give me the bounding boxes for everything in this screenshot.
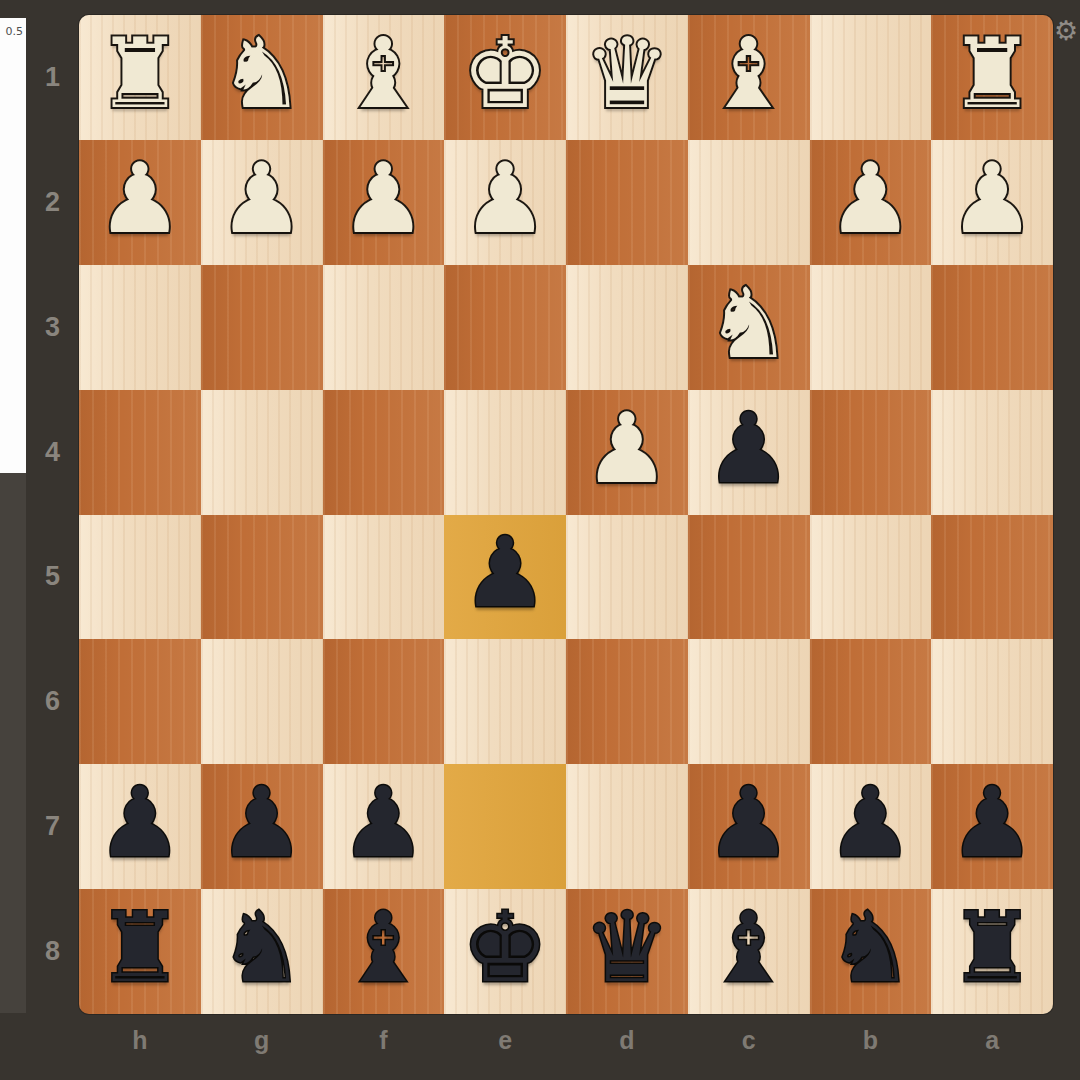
black-pawn[interactable]: ♟ [96, 774, 183, 871]
file-label-d: d [566, 1019, 688, 1061]
square-e7[interactable] [444, 764, 566, 889]
square-b7[interactable]: ♟ [810, 764, 932, 889]
square-b8[interactable]: ♞ [810, 889, 932, 1014]
square-g2[interactable]: ♟ [201, 140, 323, 265]
square-a2[interactable]: ♟ [931, 140, 1053, 265]
square-g7[interactable]: ♟ [201, 764, 323, 889]
square-a3[interactable] [931, 265, 1053, 390]
file-label-g: g [201, 1019, 323, 1061]
black-pawn[interactable]: ♟ [705, 400, 792, 497]
file-label-b: b [810, 1019, 932, 1061]
square-d8[interactable]: ♛ [566, 889, 688, 1014]
square-a1[interactable]: ♜ [931, 15, 1053, 140]
square-a5[interactable] [931, 515, 1053, 640]
white-rook[interactable]: ♜ [96, 25, 183, 122]
file-label-e: e [444, 1019, 566, 1061]
file-label-c: c [688, 1019, 810, 1061]
rank-label-3: 3 [26, 265, 79, 390]
square-c6[interactable] [688, 639, 810, 764]
white-pawn[interactable]: ♟ [949, 150, 1036, 247]
white-knight[interactable]: ♞ [218, 25, 305, 122]
black-rook[interactable]: ♜ [96, 899, 183, 996]
square-c7[interactable]: ♟ [688, 764, 810, 889]
eval-value: 0.5 [0, 18, 26, 38]
square-d5[interactable] [566, 515, 688, 640]
square-b5[interactable] [810, 515, 932, 640]
black-pawn[interactable]: ♟ [218, 774, 305, 871]
analysis-panel-sliver: 0.5 [0, 18, 26, 473]
square-f8[interactable]: ♝ [323, 889, 445, 1014]
square-f7[interactable]: ♟ [323, 764, 445, 889]
square-e4[interactable] [444, 390, 566, 515]
square-f1[interactable]: ♝ [323, 15, 445, 140]
square-h3[interactable] [79, 265, 201, 390]
square-g8[interactable]: ♞ [201, 889, 323, 1014]
white-king[interactable]: ♚ [462, 25, 549, 122]
square-f5[interactable] [323, 515, 445, 640]
white-pawn[interactable]: ♟ [583, 400, 670, 497]
square-h4[interactable] [79, 390, 201, 515]
square-h1[interactable]: ♜ [79, 15, 201, 140]
square-h2[interactable]: ♟ [79, 140, 201, 265]
square-f2[interactable]: ♟ [323, 140, 445, 265]
black-pawn[interactable]: ♟ [949, 774, 1036, 871]
square-e1[interactable]: ♚ [444, 15, 566, 140]
square-h8[interactable]: ♜ [79, 889, 201, 1014]
square-g3[interactable] [201, 265, 323, 390]
black-king[interactable]: ♚ [462, 899, 549, 996]
square-h7[interactable]: ♟ [79, 764, 201, 889]
square-e2[interactable]: ♟ [444, 140, 566, 265]
file-label-f: f [323, 1019, 445, 1061]
square-a4[interactable] [931, 390, 1053, 515]
white-pawn[interactable]: ♟ [340, 150, 427, 247]
rank-label-8: 8 [26, 889, 79, 1014]
square-c8[interactable]: ♝ [688, 889, 810, 1014]
white-pawn[interactable]: ♟ [96, 150, 183, 247]
rank-label-1: 1 [26, 15, 79, 140]
black-bishop[interactable]: ♝ [340, 899, 427, 996]
square-e3[interactable] [444, 265, 566, 390]
square-a8[interactable]: ♜ [931, 889, 1053, 1014]
square-e5[interactable]: ♟ [444, 515, 566, 640]
rank-label-5: 5 [26, 515, 79, 640]
rank-label-4: 4 [26, 390, 79, 515]
rank-label-6: 6 [26, 639, 79, 764]
square-f4[interactable] [323, 390, 445, 515]
square-g1[interactable]: ♞ [201, 15, 323, 140]
square-g4[interactable] [201, 390, 323, 515]
black-pawn[interactable]: ♟ [340, 774, 427, 871]
square-b1[interactable] [810, 15, 932, 140]
white-queen[interactable]: ♛ [583, 25, 670, 122]
settings-gear-icon[interactable]: ⚙ [1052, 14, 1080, 46]
rank-label-2: 2 [26, 140, 79, 265]
white-pawn[interactable]: ♟ [827, 150, 914, 247]
square-h5[interactable] [79, 515, 201, 640]
black-rook[interactable]: ♜ [949, 899, 1036, 996]
file-coordinates: hgfedcba [79, 1019, 1053, 1061]
file-label-h: h [79, 1019, 201, 1061]
rank-label-7: 7 [26, 764, 79, 889]
square-a7[interactable]: ♟ [931, 764, 1053, 889]
square-c1[interactable]: ♝ [688, 15, 810, 140]
white-pawn[interactable]: ♟ [218, 150, 305, 247]
square-c2[interactable] [688, 140, 810, 265]
square-d3[interactable] [566, 265, 688, 390]
square-d4[interactable]: ♟ [566, 390, 688, 515]
square-c4[interactable]: ♟ [688, 390, 810, 515]
white-pawn[interactable]: ♟ [462, 150, 549, 247]
square-b6[interactable] [810, 639, 932, 764]
square-b2[interactable]: ♟ [810, 140, 932, 265]
square-d2[interactable] [566, 140, 688, 265]
square-b3[interactable] [810, 265, 932, 390]
square-g6[interactable] [201, 639, 323, 764]
square-a6[interactable] [931, 639, 1053, 764]
square-f3[interactable] [323, 265, 445, 390]
chess-board: ♜♞♝♚♛♝♜♟♟♟♟♟♟♞♟♟♟♟♟♟♟♟♟♜♞♝♚♛♝♞♜ [79, 15, 1053, 1014]
white-bishop[interactable]: ♝ [705, 25, 792, 122]
rank-coordinates: 12345678 [26, 15, 79, 1014]
white-knight[interactable]: ♞ [705, 275, 792, 372]
black-pawn[interactable]: ♟ [705, 774, 792, 871]
square-d1[interactable]: ♛ [566, 15, 688, 140]
square-d6[interactable] [566, 639, 688, 764]
black-knight[interactable]: ♞ [827, 899, 914, 996]
square-e6[interactable] [444, 639, 566, 764]
black-queen[interactable]: ♛ [583, 899, 670, 996]
square-c5[interactable] [688, 515, 810, 640]
square-d7[interactable] [566, 764, 688, 889]
square-g5[interactable] [201, 515, 323, 640]
black-bishop[interactable]: ♝ [705, 899, 792, 996]
file-label-a: a [931, 1019, 1053, 1061]
square-h6[interactable] [79, 639, 201, 764]
black-knight[interactable]: ♞ [218, 899, 305, 996]
white-rook[interactable]: ♜ [949, 25, 1036, 122]
side-panel-sliver [0, 473, 26, 1013]
black-pawn[interactable]: ♟ [827, 774, 914, 871]
white-bishop[interactable]: ♝ [340, 25, 427, 122]
square-f6[interactable] [323, 639, 445, 764]
square-c3[interactable]: ♞ [688, 265, 810, 390]
square-e8[interactable]: ♚ [444, 889, 566, 1014]
black-pawn[interactable]: ♟ [462, 524, 549, 621]
square-b4[interactable] [810, 390, 932, 515]
